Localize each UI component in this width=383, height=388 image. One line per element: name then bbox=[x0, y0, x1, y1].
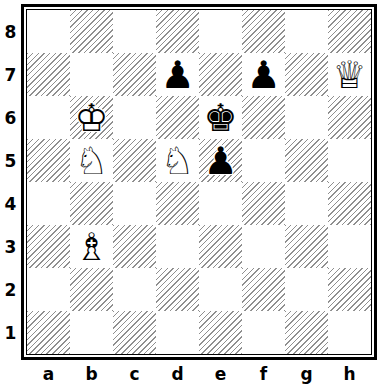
file-labels: abcdefgh bbox=[27, 360, 371, 384]
black-pawn-piece[interactable]: ♟ bbox=[199, 139, 242, 182]
square-f5[interactable] bbox=[242, 139, 285, 182]
square-g7[interactable] bbox=[285, 53, 328, 96]
file-label-c: c bbox=[113, 360, 156, 384]
square-c4[interactable] bbox=[113, 182, 156, 225]
square-e8[interactable] bbox=[199, 10, 242, 53]
square-b4[interactable] bbox=[70, 182, 113, 225]
square-g4[interactable] bbox=[285, 182, 328, 225]
square-f1[interactable] bbox=[242, 311, 285, 354]
square-e6[interactable]: ♚♚ bbox=[199, 96, 242, 139]
square-a7[interactable] bbox=[27, 53, 70, 96]
square-c7[interactable] bbox=[113, 53, 156, 96]
square-f7[interactable]: ♟♟ bbox=[242, 53, 285, 96]
square-e5[interactable]: ♟♟ bbox=[199, 139, 242, 182]
board-border: ♟♟♟♟♛♕♚♔♚♚♞♘♞♘♟♟♝♗ bbox=[21, 4, 377, 360]
square-f4[interactable] bbox=[242, 182, 285, 225]
piece-halo: ♚ bbox=[199, 96, 242, 139]
rank-label-7: 7 bbox=[0, 53, 21, 96]
white-knight-piece[interactable]: ♘ bbox=[156, 139, 199, 182]
square-g3[interactable] bbox=[285, 225, 328, 268]
rank-label-3: 3 bbox=[0, 225, 21, 268]
square-b1[interactable] bbox=[70, 311, 113, 354]
square-d1[interactable] bbox=[156, 311, 199, 354]
square-d2[interactable] bbox=[156, 268, 199, 311]
square-d7[interactable]: ♟♟ bbox=[156, 53, 199, 96]
square-b7[interactable] bbox=[70, 53, 113, 96]
square-a4[interactable] bbox=[27, 182, 70, 225]
file-label-g: g bbox=[285, 360, 328, 384]
square-f8[interactable] bbox=[242, 10, 285, 53]
square-g5[interactable] bbox=[285, 139, 328, 182]
square-h4[interactable] bbox=[328, 182, 371, 225]
square-d5[interactable]: ♞♘ bbox=[156, 139, 199, 182]
square-h6[interactable] bbox=[328, 96, 371, 139]
square-e3[interactable] bbox=[199, 225, 242, 268]
white-knight-piece[interactable]: ♘ bbox=[70, 139, 113, 182]
square-h5[interactable] bbox=[328, 139, 371, 182]
square-c8[interactable] bbox=[113, 10, 156, 53]
square-g2[interactable] bbox=[285, 268, 328, 311]
square-a5[interactable] bbox=[27, 139, 70, 182]
file-label-f: f bbox=[242, 360, 285, 384]
square-h1[interactable] bbox=[328, 311, 371, 354]
square-h7[interactable]: ♛♕ bbox=[328, 53, 371, 96]
rank-label-8: 8 bbox=[0, 10, 21, 53]
square-c5[interactable] bbox=[113, 139, 156, 182]
chess-diagram: 87654321 ♟♟♟♟♛♕♚♔♚♚♞♘♞♘♟♟♝♗ abcdefgh bbox=[0, 0, 383, 388]
square-c6[interactable] bbox=[113, 96, 156, 139]
black-king-piece[interactable]: ♚ bbox=[199, 96, 242, 139]
square-d3[interactable] bbox=[156, 225, 199, 268]
rank-label-1: 1 bbox=[0, 311, 21, 354]
square-a3[interactable] bbox=[27, 225, 70, 268]
square-e7[interactable] bbox=[199, 53, 242, 96]
square-a2[interactable] bbox=[27, 268, 70, 311]
rank-label-5: 5 bbox=[0, 139, 21, 182]
square-h8[interactable] bbox=[328, 10, 371, 53]
square-b8[interactable] bbox=[70, 10, 113, 53]
square-d4[interactable] bbox=[156, 182, 199, 225]
rank-label-2: 2 bbox=[0, 268, 21, 311]
piece-halo: ♝ bbox=[70, 225, 113, 268]
white-king-piece[interactable]: ♔ bbox=[70, 96, 113, 139]
square-b6[interactable]: ♚♔ bbox=[70, 96, 113, 139]
file-label-e: e bbox=[199, 360, 242, 384]
square-g8[interactable] bbox=[285, 10, 328, 53]
square-e1[interactable] bbox=[199, 311, 242, 354]
square-e4[interactable] bbox=[199, 182, 242, 225]
piece-halo: ♟ bbox=[156, 53, 199, 96]
rank-label-6: 6 bbox=[0, 96, 21, 139]
square-c3[interactable] bbox=[113, 225, 156, 268]
square-g6[interactable] bbox=[285, 96, 328, 139]
square-h3[interactable] bbox=[328, 225, 371, 268]
square-h2[interactable] bbox=[328, 268, 371, 311]
file-label-h: h bbox=[328, 360, 371, 384]
square-c2[interactable] bbox=[113, 268, 156, 311]
board-grid: ♟♟♟♟♛♕♚♔♚♚♞♘♞♘♟♟♝♗ bbox=[26, 9, 372, 355]
board-with-ranks: 87654321 ♟♟♟♟♛♕♚♔♚♚♞♘♞♘♟♟♝♗ bbox=[0, 4, 377, 360]
piece-halo: ♚ bbox=[70, 96, 113, 139]
square-d8[interactable] bbox=[156, 10, 199, 53]
black-pawn-piece[interactable]: ♟ bbox=[242, 53, 285, 96]
square-g1[interactable] bbox=[285, 311, 328, 354]
square-c1[interactable] bbox=[113, 311, 156, 354]
black-pawn-piece[interactable]: ♟ bbox=[156, 53, 199, 96]
square-b5[interactable]: ♞♘ bbox=[70, 139, 113, 182]
rank-labels: 87654321 bbox=[0, 4, 21, 354]
piece-halo: ♞ bbox=[156, 139, 199, 182]
square-a1[interactable] bbox=[27, 311, 70, 354]
file-label-d: d bbox=[156, 360, 199, 384]
piece-halo: ♛ bbox=[328, 53, 371, 96]
square-e2[interactable] bbox=[199, 268, 242, 311]
square-f3[interactable] bbox=[242, 225, 285, 268]
file-label-b: b bbox=[70, 360, 113, 384]
square-b2[interactable] bbox=[70, 268, 113, 311]
file-label-a: a bbox=[27, 360, 70, 384]
white-bishop-piece[interactable]: ♗ bbox=[70, 225, 113, 268]
rank-label-4: 4 bbox=[0, 182, 21, 225]
square-a6[interactable] bbox=[27, 96, 70, 139]
piece-halo: ♟ bbox=[242, 53, 285, 96]
square-a8[interactable] bbox=[27, 10, 70, 53]
white-queen-piece[interactable]: ♕ bbox=[328, 53, 371, 96]
piece-halo: ♟ bbox=[199, 139, 242, 182]
square-f2[interactable] bbox=[242, 268, 285, 311]
square-d6[interactable] bbox=[156, 96, 199, 139]
square-f6[interactable] bbox=[242, 96, 285, 139]
square-b3[interactable]: ♝♗ bbox=[70, 225, 113, 268]
piece-halo: ♞ bbox=[70, 139, 113, 182]
